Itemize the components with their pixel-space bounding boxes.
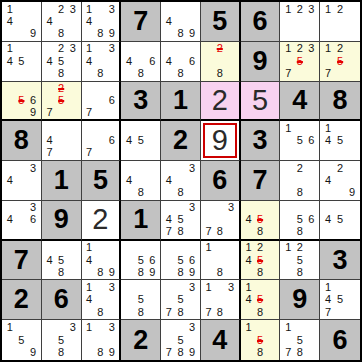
- cell-r9c8[interactable]: 1578: [280, 320, 320, 360]
- candidate-4: 4: [243, 254, 255, 266]
- pencil-marks: 489: [161, 2, 200, 41]
- pencil-marks: 28: [201, 42, 239, 81]
- candidate-8: 8: [95, 67, 106, 79]
- candidate-3: 3: [225, 281, 236, 293]
- candidate-3: 3: [67, 3, 79, 15]
- candidate-5-struck: 5: [334, 55, 346, 67]
- cell-r8c6[interactable]: 1378: [201, 280, 241, 320]
- given-digit: 2: [133, 327, 148, 354]
- candidate-1: 1: [243, 242, 255, 254]
- pencil-marks: 159: [2, 320, 41, 360]
- candidate-5: 5: [135, 135, 147, 147]
- pencil-marks: 12: [320, 2, 360, 41]
- cell-r5c9[interactable]: 249: [320, 161, 360, 201]
- candidate-1: 1: [4, 3, 16, 15]
- cell-r2c6[interactable]: 28: [201, 42, 241, 82]
- candidate-9: 9: [186, 346, 198, 359]
- cell-r9c6[interactable]: 4: [201, 320, 241, 360]
- pencil-marks: 28: [280, 161, 319, 200]
- cell-r7c4[interactable]: 5689: [121, 241, 161, 281]
- cell-r5c1[interactable]: 34: [2, 161, 42, 201]
- cell-r1c3[interactable]: 13489: [82, 2, 122, 42]
- candidate-4: 4: [4, 15, 16, 27]
- candidate-5: 5: [175, 294, 187, 306]
- candidate-5: 5: [16, 334, 28, 347]
- pencil-marks: 378: [201, 201, 239, 239]
- candidate-1: 1: [4, 321, 16, 334]
- pencil-marks: 123: [280, 2, 319, 41]
- cell-r3c9[interactable]: 8: [320, 82, 360, 122]
- candidate-3: 3: [225, 202, 236, 214]
- candidate-7: 7: [203, 306, 214, 318]
- candidate-9: 9: [106, 266, 117, 278]
- pencil-marks: 1258: [280, 241, 319, 280]
- cell-r9c9[interactable]: 6: [320, 320, 360, 360]
- candidate-4: 4: [322, 135, 334, 147]
- cell-r5c4[interactable]: 48: [121, 161, 161, 201]
- candidate-6: 6: [306, 135, 318, 147]
- given-digit: 6: [253, 8, 268, 35]
- candidate-2: 2: [294, 242, 306, 254]
- candidate-4: 4: [243, 294, 255, 306]
- candidate-8: 8: [294, 266, 306, 278]
- cell-r2c4[interactable]: 468: [121, 42, 161, 82]
- candidate-4: 4: [322, 294, 334, 306]
- given-digit: 4: [292, 87, 307, 114]
- solved-digit: 5: [252, 86, 268, 115]
- candidate-7: 7: [84, 106, 95, 118]
- pencil-marks: 1257: [320, 42, 360, 81]
- candidate-8: 8: [294, 226, 306, 238]
- candidate-5: 5: [175, 214, 187, 226]
- pencil-marks: 145: [2, 42, 41, 81]
- candidate-7: 7: [44, 147, 56, 159]
- candidate-3: 3: [67, 43, 79, 55]
- candidate-3: 3: [106, 3, 117, 15]
- cell-r3c7[interactable]: 5: [241, 82, 281, 122]
- cell-r1c5[interactable]: 489: [161, 2, 201, 42]
- candidate-4: 4: [44, 254, 56, 266]
- cell-r1c8[interactable]: 123: [280, 2, 320, 42]
- cell-r9c4[interactable]: 2: [121, 320, 161, 360]
- given-digit: 8: [14, 127, 29, 154]
- candidate-2: 2: [294, 43, 306, 55]
- cell-r5c8[interactable]: 28: [280, 161, 320, 201]
- candidate-7: 7: [282, 67, 294, 79]
- candidate-1: 1: [84, 242, 95, 254]
- candidate-1: 1: [203, 242, 214, 254]
- cell-r4c7[interactable]: 3: [241, 121, 281, 161]
- cell-r3c4[interactable]: 3: [121, 82, 161, 122]
- cell-r5c2[interactable]: 1: [42, 161, 82, 201]
- candidate-5-struck: 5: [254, 294, 266, 306]
- candidate-3: 3: [106, 43, 117, 55]
- candidate-4: 4: [163, 214, 175, 226]
- pencil-marks: 1348: [82, 42, 120, 81]
- cell-r1c9[interactable]: 12: [320, 2, 360, 42]
- cell-r8c7[interactable]: 1458: [241, 280, 281, 320]
- cell-r6c6[interactable]: 378: [201, 201, 241, 241]
- pencil-marks: 34: [2, 161, 41, 200]
- candidate-8: 8: [175, 226, 187, 238]
- candidate-5: 5: [294, 334, 306, 347]
- pencil-marks: 5689: [121, 241, 160, 280]
- candidate-5: 5: [175, 334, 187, 347]
- pencil-marks: 12458: [241, 241, 280, 280]
- candidate-6: 6: [147, 55, 159, 67]
- candidate-4: 4: [4, 55, 16, 67]
- candidate-3: 3: [186, 321, 198, 334]
- cell-r1c7[interactable]: 6: [241, 2, 281, 42]
- cell-r4c8[interactable]: 156: [280, 121, 320, 161]
- candidate-8: 8: [55, 346, 67, 359]
- candidate-2: 2: [55, 3, 67, 15]
- pencil-marks: 1489: [82, 241, 120, 280]
- pencil-marks: 5689: [161, 241, 200, 280]
- pencil-marks: 156: [280, 121, 319, 160]
- pencil-marks: 458: [241, 201, 280, 239]
- cell-r3c5[interactable]: 1: [161, 82, 201, 122]
- candidate-8: 8: [55, 28, 67, 40]
- cell-r9c1[interactable]: 159: [2, 320, 42, 360]
- pencil-marks: 45: [121, 121, 160, 160]
- candidate-2-struck: 2: [55, 83, 67, 95]
- candidate-1: 1: [84, 3, 95, 15]
- cell-r2c9[interactable]: 1257: [320, 42, 360, 82]
- candidate-2: 2: [334, 43, 346, 55]
- cell-r4c4[interactable]: 45: [121, 121, 161, 161]
- candidate-4: 4: [84, 294, 95, 306]
- cell-r1c1[interactable]: 149: [2, 2, 42, 42]
- cell-r9c3[interactable]: 1389: [82, 320, 122, 360]
- cell-r6c1[interactable]: 346: [2, 201, 42, 241]
- candidate-1: 1: [322, 43, 334, 55]
- given-digit: 9: [54, 206, 69, 233]
- candidate-1: 1: [322, 281, 334, 293]
- candidate-5: 5: [175, 254, 187, 266]
- pencil-marks: 67: [82, 82, 120, 120]
- cell-r6c4[interactable]: 1: [121, 201, 161, 241]
- cell-r7c7[interactable]: 12458: [241, 241, 281, 281]
- cell-r2c7[interactable]: 9: [241, 42, 281, 82]
- cell-r2c5[interactable]: 468: [161, 42, 201, 82]
- cell-r5c7[interactable]: 7: [241, 161, 281, 201]
- pencil-marks: 47: [42, 121, 81, 160]
- candidate-9: 9: [106, 28, 117, 40]
- pencil-marks: 468: [161, 42, 200, 81]
- cell-r4c2[interactable]: 47: [42, 121, 82, 161]
- cell-r8c5[interactable]: 3578: [161, 280, 201, 320]
- given-digit: 7: [14, 247, 29, 274]
- cell-r4c3[interactable]: 67: [82, 121, 122, 161]
- cell-r2c1[interactable]: 145: [2, 42, 42, 82]
- cell-r7c8[interactable]: 1258: [280, 241, 320, 281]
- pencil-marks: 23458: [42, 42, 81, 81]
- cell-r1c2[interactable]: 2348: [42, 2, 82, 42]
- candidate-1: 1: [84, 281, 95, 293]
- candidate-1: 1: [203, 281, 214, 293]
- candidate-6: 6: [27, 214, 39, 226]
- candidate-6: 6: [186, 55, 198, 67]
- cell-r2c3[interactable]: 1348: [82, 42, 122, 82]
- candidate-7: 7: [203, 226, 214, 238]
- pencil-marks: 348: [161, 161, 200, 200]
- cell-r7c9[interactable]: 3: [320, 241, 360, 281]
- cell-r9c7[interactable]: 158: [241, 320, 281, 360]
- candidate-1: 1: [322, 122, 334, 134]
- pencil-marks: 568: [280, 201, 319, 239]
- pencil-marks: 13489: [82, 2, 120, 41]
- cell-r1c4[interactable]: 7: [121, 2, 161, 42]
- candidate-8: 8: [254, 226, 266, 238]
- cell-r8c8[interactable]: 9: [280, 280, 320, 320]
- cell-r1c6[interactable]: 5: [201, 2, 241, 42]
- candidate-8: 8: [214, 266, 225, 278]
- cell-r3c6[interactable]: 2: [201, 82, 241, 122]
- cell-r9c2[interactable]: 358: [42, 320, 82, 360]
- candidate-5: 5: [294, 214, 306, 226]
- candidate-3: 3: [186, 162, 198, 174]
- pencil-marks: 1458: [241, 280, 280, 319]
- cell-r4c9[interactable]: 145: [320, 121, 360, 161]
- pencil-marks: 18: [201, 241, 239, 280]
- pencil-marks: 149: [2, 2, 41, 41]
- candidate-7: 7: [44, 106, 56, 118]
- candidate-1: 1: [4, 43, 16, 55]
- candidate-4: 4: [84, 55, 95, 67]
- candidate-5-struck: 5: [294, 55, 306, 67]
- candidate-3: 3: [306, 43, 318, 55]
- pencil-marks: 257: [42, 82, 81, 120]
- given-digit: 2: [173, 127, 188, 154]
- given-digit: 7: [133, 8, 148, 35]
- candidate-2-struck: 2: [214, 43, 225, 55]
- candidate-5: 5: [334, 135, 346, 147]
- candidate-5-struck: 5: [254, 214, 266, 226]
- candidate-4: 4: [163, 15, 175, 27]
- candidate-8: 8: [135, 306, 147, 318]
- candidate-8: 8: [175, 266, 187, 278]
- candidate-9: 9: [186, 28, 198, 40]
- given-digit: 5: [93, 167, 108, 194]
- candidate-2: 2: [334, 162, 346, 174]
- cell-r3c3[interactable]: 67: [82, 82, 122, 122]
- candidate-4: 4: [44, 15, 56, 27]
- candidate-1: 1: [282, 43, 294, 55]
- cell-r7c1[interactable]: 7: [2, 241, 42, 281]
- given-digit: 3: [253, 127, 268, 154]
- cell-r7c6[interactable]: 18: [201, 241, 241, 281]
- candidate-8: 8: [175, 28, 187, 40]
- pencil-marks: 158: [241, 320, 280, 360]
- candidate-6: 6: [306, 214, 318, 226]
- candidate-3: 3: [27, 162, 39, 174]
- candidate-5: 5: [55, 254, 67, 266]
- candidate-8: 8: [294, 187, 306, 199]
- candidate-8: 8: [175, 187, 187, 199]
- given-digit: 6: [333, 327, 348, 354]
- candidate-8: 8: [214, 306, 225, 318]
- candidate-1: 1: [282, 3, 294, 15]
- given-digit: 4: [212, 327, 227, 354]
- candidate-4: 4: [322, 214, 334, 226]
- cell-r8c4[interactable]: 58: [121, 280, 161, 320]
- candidate-8: 8: [254, 306, 266, 318]
- candidate-6: 6: [106, 94, 117, 106]
- candidate-4: 4: [322, 174, 334, 186]
- candidate-6: 6: [106, 135, 117, 147]
- candidate-2: 2: [334, 3, 346, 15]
- candidate-7: 7: [322, 67, 334, 79]
- cell-r4c1[interactable]: 8: [2, 121, 42, 161]
- candidate-3: 3: [106, 321, 117, 334]
- candidate-6: 6: [27, 94, 39, 106]
- given-digit: 1: [133, 206, 148, 233]
- candidate-7: 7: [322, 306, 334, 318]
- candidate-8: 8: [214, 226, 225, 238]
- cell-r5c5[interactable]: 348: [161, 161, 201, 201]
- cell-r8c3[interactable]: 1348: [82, 280, 122, 320]
- pencil-marks: 569: [2, 82, 41, 120]
- pencil-marks: 67: [82, 121, 120, 160]
- pencil-marks: 249: [320, 161, 360, 200]
- candidate-1: 1: [243, 321, 255, 334]
- candidate-6: 6: [147, 254, 159, 266]
- candidate-4: 4: [163, 174, 175, 186]
- candidate-9: 9: [346, 187, 358, 199]
- cell-r6c7[interactable]: 458: [241, 201, 281, 241]
- candidate-5-struck: 5: [254, 254, 266, 266]
- given-digit: 7: [253, 167, 268, 194]
- cell-r6c5[interactable]: 34578: [161, 201, 201, 241]
- pencil-marks: 35789: [161, 320, 200, 360]
- given-digit: 8: [333, 87, 348, 114]
- candidate-2: 2: [294, 162, 306, 174]
- candidate-5-struck: 5: [16, 94, 28, 106]
- cell-r7c5[interactable]: 5689: [161, 241, 201, 281]
- pencil-marks: 58: [121, 280, 160, 319]
- candidate-7: 7: [163, 306, 175, 318]
- pencil-marks: 12357: [280, 42, 319, 81]
- candidate-8: 8: [175, 306, 187, 318]
- pencil-marks: 145: [320, 121, 360, 160]
- candidate-4: 4: [4, 214, 16, 226]
- given-digit: 3: [333, 247, 348, 274]
- candidate-8: 8: [95, 346, 106, 359]
- cell-r3c8[interactable]: 4: [280, 82, 320, 122]
- given-digit: 5: [212, 8, 227, 35]
- cell-r8c1[interactable]: 2: [2, 280, 42, 320]
- candidate-2: 2: [294, 3, 306, 15]
- solved-digit: 2: [92, 205, 108, 234]
- candidate-8: 8: [95, 28, 106, 40]
- candidate-5: 5: [135, 254, 147, 266]
- candidate-5: 5: [55, 334, 67, 347]
- candidate-1: 1: [322, 3, 334, 15]
- pencil-marks: 1348: [82, 280, 120, 319]
- candidate-7: 7: [84, 147, 95, 159]
- candidate-8: 8: [135, 266, 147, 278]
- cell-r2c2[interactable]: 23458: [42, 42, 82, 82]
- cell-r4c6[interactable]: 9: [201, 121, 241, 161]
- candidate-1: 1: [84, 43, 95, 55]
- candidate-6: 6: [186, 254, 198, 266]
- cell-r7c3[interactable]: 1489: [82, 241, 122, 281]
- solved-digit: 2: [212, 86, 228, 115]
- pencil-marks: 468: [121, 42, 160, 81]
- cell-r5c6[interactable]: 6: [201, 161, 241, 201]
- candidate-1: 1: [84, 321, 95, 334]
- cell-r6c3[interactable]: 2: [82, 201, 122, 241]
- candidate-5: 5: [135, 294, 147, 306]
- cell-r6c9[interactable]: 45: [320, 201, 360, 241]
- candidate-4: 4: [123, 174, 135, 186]
- pencil-marks: 358: [42, 320, 81, 360]
- candidate-5-struck: 5: [254, 334, 266, 347]
- given-digit: 9: [292, 286, 307, 313]
- candidate-9: 9: [106, 346, 117, 359]
- cell-r8c2[interactable]: 6: [42, 280, 82, 320]
- candidate-2: 2: [55, 43, 67, 55]
- candidate-5: 5: [334, 294, 346, 306]
- cell-r2c8[interactable]: 12357: [280, 42, 320, 82]
- cell-r3c2[interactable]: 257: [42, 82, 82, 122]
- pencil-marks: 3578: [161, 280, 200, 319]
- candidate-8: 8: [175, 346, 187, 359]
- pencil-marks: 2348: [42, 2, 81, 41]
- cell-r8c9[interactable]: 1457: [320, 280, 360, 320]
- candidate-3: 3: [186, 202, 198, 214]
- candidate-4: 4: [4, 174, 16, 186]
- sudoku-board: 1492348134897489561231214523458134846846…: [0, 0, 362, 362]
- candidate-4: 4: [84, 15, 95, 27]
- candidate-4: 4: [84, 254, 95, 266]
- cell-r6c8[interactable]: 568: [280, 201, 320, 241]
- cell-r4c5[interactable]: 2: [161, 121, 201, 161]
- cell-r3c1[interactable]: 569: [2, 82, 42, 122]
- candidate-3: 3: [306, 3, 318, 15]
- candidate-8: 8: [55, 266, 67, 278]
- candidate-3: 3: [67, 321, 79, 334]
- cell-r9c5[interactable]: 35789: [161, 320, 201, 360]
- pencil-marks: 48: [121, 161, 160, 200]
- candidate-1: 1: [282, 242, 294, 254]
- candidate-3: 3: [186, 281, 198, 293]
- given-digit: 6: [54, 286, 69, 313]
- cell-r7c2[interactable]: 458: [42, 241, 82, 281]
- candidate-1: 1: [243, 281, 255, 293]
- given-digit: 3: [133, 87, 148, 114]
- candidate-8: 8: [175, 67, 187, 79]
- candidate-8: 8: [254, 266, 266, 278]
- candidate-2: 2: [254, 242, 266, 254]
- cell-r6c2[interactable]: 9: [42, 201, 82, 241]
- solved-digit: 9: [212, 126, 228, 155]
- candidate-8: 8: [95, 306, 106, 318]
- candidate-5: 5: [16, 55, 28, 67]
- candidate-9: 9: [27, 28, 39, 40]
- candidate-3: 3: [106, 281, 117, 293]
- candidate-8: 8: [55, 67, 67, 79]
- candidate-4: 4: [163, 55, 175, 67]
- given-digit: 9: [253, 48, 268, 75]
- candidate-1: 1: [282, 122, 294, 134]
- candidate-8: 8: [294, 346, 306, 359]
- cell-r5c3[interactable]: 5: [82, 161, 122, 201]
- given-digit: 6: [212, 167, 227, 194]
- candidate-8: 8: [135, 67, 147, 79]
- given-digit: 1: [173, 87, 188, 114]
